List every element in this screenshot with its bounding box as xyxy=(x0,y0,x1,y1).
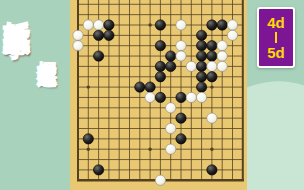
black-stone xyxy=(196,41,206,51)
rank-separator-bar xyxy=(275,32,278,43)
white-stone xyxy=(93,20,103,30)
white-stone xyxy=(73,30,83,40)
black-stone xyxy=(196,72,206,82)
white-stone xyxy=(166,103,176,113)
black-stone xyxy=(93,51,103,61)
black-stone xyxy=(104,30,114,40)
rank-top-label: 4d xyxy=(267,15,285,30)
star-point xyxy=(87,148,90,151)
black-stone xyxy=(93,30,103,40)
star-point xyxy=(87,85,90,88)
white-stone xyxy=(227,20,237,30)
white-stone xyxy=(207,61,217,71)
star-point xyxy=(148,23,151,26)
black-stone xyxy=(155,41,165,51)
black-stone xyxy=(155,61,165,71)
go-board-grid xyxy=(70,0,247,190)
black-stone xyxy=(83,134,93,144)
white-stone xyxy=(176,51,186,61)
left-text-panel: 斩断实战恶手 探索棋之正道 xyxy=(0,0,70,190)
black-stone xyxy=(166,61,176,71)
black-stone xyxy=(166,51,176,61)
black-stone xyxy=(155,92,165,102)
white-stone xyxy=(186,92,196,102)
go-board[interactable] xyxy=(70,0,247,190)
black-stone xyxy=(207,41,217,51)
white-stone xyxy=(145,92,155,102)
black-stone xyxy=(207,72,217,82)
black-stone xyxy=(207,20,217,30)
black-stone xyxy=(155,72,165,82)
white-stone xyxy=(155,175,165,185)
star-point xyxy=(148,148,151,151)
black-stone xyxy=(155,20,165,30)
black-stone xyxy=(135,82,145,92)
white-stone xyxy=(186,61,196,71)
thumbnail-stage: 斩断实战恶手 探索棋之正道 4d 5d xyxy=(0,0,304,190)
white-stone xyxy=(196,92,206,102)
black-stone xyxy=(217,20,227,30)
white-stone xyxy=(83,20,93,30)
black-stone xyxy=(196,51,206,61)
black-stone xyxy=(176,92,186,102)
black-stone xyxy=(93,165,103,175)
black-stone xyxy=(207,51,217,61)
black-stone xyxy=(104,20,114,30)
black-stone xyxy=(145,82,155,92)
black-stone xyxy=(196,61,206,71)
white-stone xyxy=(166,123,176,133)
slogan-red-vertical: 斩断实战恶手 xyxy=(0,1,35,13)
star-point xyxy=(210,148,213,151)
white-stone xyxy=(217,51,227,61)
black-stone xyxy=(196,30,206,40)
white-stone xyxy=(73,41,83,51)
rank-badge: 4d 5d xyxy=(257,7,295,68)
black-stone xyxy=(176,134,186,144)
black-stone xyxy=(207,165,217,175)
white-stone xyxy=(166,144,176,154)
white-stone xyxy=(176,20,186,30)
white-stone xyxy=(217,61,227,71)
star-point xyxy=(210,85,213,88)
white-stone xyxy=(227,30,237,40)
white-stone xyxy=(176,41,186,51)
white-stone xyxy=(207,113,217,123)
slogan-black-vertical: 探索棋之正道 xyxy=(34,46,60,55)
black-stone xyxy=(196,82,206,92)
black-stone xyxy=(176,113,186,123)
rank-bottom-label: 5d xyxy=(267,45,285,60)
white-stone xyxy=(217,41,227,51)
